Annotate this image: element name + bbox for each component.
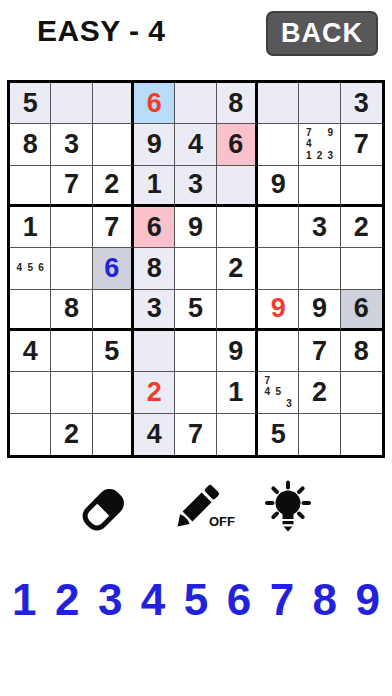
cell-r5c7[interactable] <box>258 248 299 289</box>
lightbulb-icon <box>260 480 316 539</box>
cell-r8c6[interactable]: 1 <box>217 372 258 413</box>
cell-r7c7[interactable] <box>258 331 299 372</box>
back-button[interactable]: BACK <box>266 11 378 56</box>
hint-button[interactable] <box>259 477 317 541</box>
eraser-icon <box>79 482 129 537</box>
cell-r2c6[interactable]: 6 <box>217 124 258 165</box>
cell-r3c5[interactable]: 3 <box>175 166 216 207</box>
cell-r3c3[interactable]: 2 <box>93 166 134 207</box>
cell-r3c2[interactable]: 7 <box>51 166 92 207</box>
cell-r2c9[interactable]: 7 <box>341 124 382 165</box>
eraser-button[interactable] <box>75 477 133 541</box>
cell-r6c2[interactable]: 8 <box>51 290 92 331</box>
cell-r3c7[interactable]: 9 <box>258 166 299 207</box>
cell-r1c4[interactable]: 6 <box>134 83 175 124</box>
cell-r1c7[interactable] <box>258 83 299 124</box>
cell-r6c6[interactable] <box>217 290 258 331</box>
cell-r1c2[interactable] <box>51 83 92 124</box>
cell-r4c6[interactable] <box>217 207 258 248</box>
cell-r4c4[interactable]: 6 <box>134 207 175 248</box>
pencil-marks: 794123 <box>299 124 339 164</box>
cell-r5c6[interactable]: 2 <box>217 248 258 289</box>
cell-r6c7[interactable]: 9 <box>258 290 299 331</box>
cell-r5c1[interactable]: 456 <box>10 248 51 289</box>
cell-r3c4[interactable]: 1 <box>134 166 175 207</box>
cell-r7c1[interactable]: 4 <box>10 331 51 372</box>
cell-r5c8[interactable] <box>299 248 340 289</box>
cell-r9c9[interactable] <box>341 414 382 455</box>
cell-r9c6[interactable] <box>217 414 258 455</box>
cell-r8c7[interactable]: 7453 <box>258 372 299 413</box>
numpad-digit-4[interactable]: 4 <box>141 578 165 622</box>
cell-r1c3[interactable] <box>93 83 134 124</box>
cell-r7c5[interactable] <box>175 331 216 372</box>
cell-r2c2[interactable]: 3 <box>51 124 92 165</box>
cell-r9c4[interactable]: 4 <box>134 414 175 455</box>
cell-r4c5[interactable]: 9 <box>175 207 216 248</box>
cell-r4c1[interactable]: 1 <box>10 207 51 248</box>
sudoku-board[interactable]: 5683839467941237721391769324566828359964… <box>7 80 385 458</box>
cell-r9c8[interactable] <box>299 414 340 455</box>
cell-r1c1[interactable]: 5 <box>10 83 51 124</box>
cell-r1c5[interactable] <box>175 83 216 124</box>
cell-r4c7[interactable] <box>258 207 299 248</box>
cell-r6c1[interactable] <box>10 290 51 331</box>
cell-r1c8[interactable] <box>299 83 340 124</box>
cell-r6c9[interactable]: 6 <box>341 290 382 331</box>
cell-r2c8[interactable]: 794123 <box>299 124 340 165</box>
cell-r7c4[interactable] <box>134 331 175 372</box>
cell-r5c3[interactable]: 6 <box>93 248 134 289</box>
cell-r8c3[interactable] <box>93 372 134 413</box>
cell-r7c6[interactable]: 9 <box>217 331 258 372</box>
cell-r9c3[interactable] <box>93 414 134 455</box>
pencil-button[interactable]: OFF <box>167 477 225 541</box>
cell-r5c2[interactable] <box>51 248 92 289</box>
pencil-off-label: OFF <box>209 514 235 529</box>
cell-r6c4[interactable]: 3 <box>134 290 175 331</box>
cell-r2c1[interactable]: 8 <box>10 124 51 165</box>
pencil-marks: 7453 <box>258 372 298 412</box>
cell-r6c3[interactable] <box>93 290 134 331</box>
cell-r7c3[interactable]: 5 <box>93 331 134 372</box>
cell-r4c3[interactable]: 7 <box>93 207 134 248</box>
page-title: EASY - 4 <box>37 14 166 48</box>
cell-r2c5[interactable]: 4 <box>175 124 216 165</box>
pencil-icon <box>169 480 223 539</box>
cell-r3c6[interactable] <box>217 166 258 207</box>
cell-r3c1[interactable] <box>10 166 51 207</box>
pencil-marks: 456 <box>10 248 50 288</box>
cell-r8c2[interactable] <box>51 372 92 413</box>
cell-r9c1[interactable] <box>10 414 51 455</box>
cell-r5c4[interactable]: 8 <box>134 248 175 289</box>
numpad-digit-9[interactable]: 9 <box>356 578 380 622</box>
cell-r9c5[interactable]: 7 <box>175 414 216 455</box>
numpad-digit-6[interactable]: 6 <box>227 578 251 622</box>
numpad-digit-7[interactable]: 7 <box>270 578 294 622</box>
cell-r6c5[interactable]: 5 <box>175 290 216 331</box>
cell-r3c8[interactable] <box>299 166 340 207</box>
numpad-digit-3[interactable]: 3 <box>98 578 122 622</box>
numpad-digit-2[interactable]: 2 <box>55 578 79 622</box>
cell-r1c6[interactable]: 8 <box>217 83 258 124</box>
cell-r8c9[interactable] <box>341 372 382 413</box>
cell-r2c4[interactable]: 9 <box>134 124 175 165</box>
toolbar: OFF <box>0 476 392 542</box>
cell-r3c9[interactable] <box>341 166 382 207</box>
cell-r4c8[interactable]: 3 <box>299 207 340 248</box>
number-pad: 123456789 <box>0 578 392 622</box>
cell-r8c1[interactable] <box>10 372 51 413</box>
cell-r1c9[interactable]: 3 <box>341 83 382 124</box>
cell-r4c2[interactable] <box>51 207 92 248</box>
cell-r5c5[interactable] <box>175 248 216 289</box>
cell-r5c9[interactable] <box>341 248 382 289</box>
numpad-digit-5[interactable]: 5 <box>184 578 208 622</box>
cell-r8c8[interactable]: 2 <box>299 372 340 413</box>
cell-r8c5[interactable] <box>175 372 216 413</box>
cell-r7c9[interactable]: 8 <box>341 331 382 372</box>
cell-r7c8[interactable]: 7 <box>299 331 340 372</box>
cell-r6c8[interactable]: 9 <box>299 290 340 331</box>
cell-r8c4[interactable]: 2 <box>134 372 175 413</box>
numpad-digit-1[interactable]: 1 <box>12 578 36 622</box>
cell-r9c7[interactable]: 5 <box>258 414 299 455</box>
cell-r4c9[interactable]: 2 <box>341 207 382 248</box>
cell-r7c2[interactable] <box>51 331 92 372</box>
cell-r2c3[interactable] <box>93 124 134 165</box>
cell-r2c7[interactable] <box>258 124 299 165</box>
cell-r9c2[interactable]: 2 <box>51 414 92 455</box>
numpad-digit-8[interactable]: 8 <box>313 578 337 622</box>
